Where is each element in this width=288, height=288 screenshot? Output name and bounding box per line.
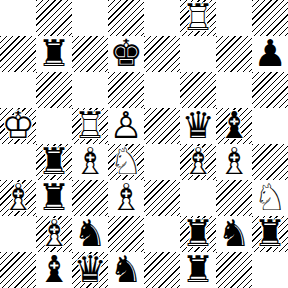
black-rook[interactable]: ♜ — [36, 180, 72, 216]
square-a2[interactable] — [0, 216, 36, 252]
black-bishop[interactable]: ♝ — [216, 108, 252, 144]
square-g8[interactable] — [216, 0, 252, 36]
black-bishop-glyph: ♝ — [217, 108, 250, 144]
square-b1[interactable]: ♝ — [36, 252, 72, 288]
white-bishop[interactable]: ♝♗ — [216, 144, 252, 180]
square-c1[interactable]: ♛ — [72, 252, 108, 288]
black-rook[interactable]: ♜ — [252, 216, 288, 252]
square-c7[interactable] — [72, 36, 108, 72]
square-a4[interactable] — [0, 144, 36, 180]
square-h5[interactable] — [252, 108, 288, 144]
black-rook-glyph: ♜ — [37, 144, 70, 180]
white-bishop[interactable]: ♝♗ — [108, 180, 144, 216]
square-e2[interactable] — [144, 216, 180, 252]
chess-diagram: ♜♖♜♚♟♚♔♜♖♟♙♛♝♜♝♗♞♘♝♗♝♗♝♗♜♝♗♞♘♝♗♞♜♞♜♝♛♞♜ — [0, 0, 288, 288]
square-b2[interactable]: ♝♗ — [36, 216, 72, 252]
square-e6[interactable] — [144, 72, 180, 108]
white-king-outline: ♔ — [1, 108, 34, 144]
white-pawn-outline: ♙ — [109, 108, 142, 144]
square-d6[interactable] — [108, 72, 144, 108]
square-a1[interactable] — [0, 252, 36, 288]
white-bishop[interactable]: ♝♗ — [72, 144, 108, 180]
white-rook-outline: ♖ — [73, 108, 106, 144]
square-h8[interactable] — [252, 0, 288, 36]
square-b3[interactable]: ♜ — [36, 180, 72, 216]
white-bishop-outline: ♗ — [217, 144, 250, 180]
square-f6[interactable] — [180, 72, 216, 108]
black-bishop-glyph: ♝ — [37, 252, 70, 288]
square-e8[interactable] — [144, 0, 180, 36]
white-bishop-outline: ♗ — [109, 180, 142, 216]
black-queen[interactable]: ♛ — [180, 108, 216, 144]
square-e3[interactable] — [144, 180, 180, 216]
chess-board: ♜♖♜♚♟♚♔♜♖♟♙♛♝♜♝♗♞♘♝♗♝♗♝♗♜♝♗♞♘♝♗♞♜♞♜♝♛♞♜ — [0, 0, 288, 288]
black-king[interactable]: ♚ — [108, 36, 144, 72]
square-h2[interactable]: ♜ — [252, 216, 288, 252]
white-rook[interactable]: ♜♖ — [72, 108, 108, 144]
square-c2[interactable]: ♞ — [72, 216, 108, 252]
square-a6[interactable] — [0, 72, 36, 108]
black-pawn-glyph: ♟ — [253, 36, 286, 72]
square-d2[interactable] — [108, 216, 144, 252]
square-e4[interactable] — [144, 144, 180, 180]
square-g7[interactable] — [216, 36, 252, 72]
square-f5[interactable]: ♛ — [180, 108, 216, 144]
square-g5[interactable]: ♝ — [216, 108, 252, 144]
black-knight-glyph: ♞ — [109, 252, 142, 288]
white-king[interactable]: ♚♔ — [0, 108, 36, 144]
square-g3[interactable] — [216, 180, 252, 216]
square-b8[interactable] — [36, 0, 72, 36]
black-knight-glyph: ♞ — [217, 216, 250, 252]
square-c4[interactable]: ♝♗ — [72, 144, 108, 180]
white-pawn[interactable]: ♟♙ — [108, 108, 144, 144]
white-knight-outline: ♘ — [109, 144, 142, 180]
square-e7[interactable] — [144, 36, 180, 72]
black-queen-glyph: ♛ — [73, 252, 106, 288]
square-f3[interactable] — [180, 180, 216, 216]
white-bishop[interactable]: ♝♗ — [180, 144, 216, 180]
black-queen[interactable]: ♛ — [72, 252, 108, 288]
square-g1[interactable] — [216, 252, 252, 288]
black-knight-glyph: ♞ — [73, 216, 106, 252]
black-rook[interactable]: ♜ — [180, 252, 216, 288]
black-knight[interactable]: ♞ — [216, 216, 252, 252]
white-rook[interactable]: ♜♖ — [180, 0, 216, 36]
black-bishop[interactable]: ♝ — [36, 252, 72, 288]
black-rook-glyph: ♜ — [37, 36, 70, 72]
square-g2[interactable]: ♞ — [216, 216, 252, 252]
black-knight[interactable]: ♞ — [72, 216, 108, 252]
white-bishop-outline: ♗ — [73, 144, 106, 180]
square-d3[interactable]: ♝♗ — [108, 180, 144, 216]
white-knight[interactable]: ♞♘ — [252, 180, 288, 216]
black-pawn[interactable]: ♟ — [252, 36, 288, 72]
square-h3[interactable]: ♞♘ — [252, 180, 288, 216]
black-rook[interactable]: ♜ — [180, 216, 216, 252]
square-f8[interactable]: ♜♖ — [180, 0, 216, 36]
black-rook-glyph: ♜ — [181, 252, 214, 288]
square-c8[interactable] — [72, 0, 108, 36]
square-b5[interactable] — [36, 108, 72, 144]
square-d7[interactable]: ♚ — [108, 36, 144, 72]
square-h4[interactable] — [252, 144, 288, 180]
square-g6[interactable] — [216, 72, 252, 108]
square-c5[interactable]: ♜♖ — [72, 108, 108, 144]
white-bishop[interactable]: ♝♗ — [36, 216, 72, 252]
square-e5[interactable] — [144, 108, 180, 144]
square-a8[interactable] — [0, 0, 36, 36]
square-f1[interactable]: ♜ — [180, 252, 216, 288]
white-bishop-outline: ♗ — [37, 216, 70, 252]
square-h6[interactable] — [252, 72, 288, 108]
black-king-glyph: ♚ — [109, 36, 142, 72]
black-rook-glyph: ♜ — [37, 180, 70, 216]
white-knight[interactable]: ♞♘ — [108, 144, 144, 180]
white-rook-outline: ♖ — [181, 0, 214, 36]
square-b4[interactable]: ♜ — [36, 144, 72, 180]
black-knight[interactable]: ♞ — [108, 252, 144, 288]
white-bishop-outline: ♗ — [1, 180, 34, 216]
square-e1[interactable] — [144, 252, 180, 288]
square-a3[interactable]: ♝♗ — [0, 180, 36, 216]
black-queen-glyph: ♛ — [181, 108, 214, 144]
square-h7[interactable]: ♟ — [252, 36, 288, 72]
white-bishop-outline: ♗ — [181, 144, 214, 180]
square-d1[interactable]: ♞ — [108, 252, 144, 288]
square-d5[interactable]: ♟♙ — [108, 108, 144, 144]
square-c6[interactable] — [72, 72, 108, 108]
white-bishop[interactable]: ♝♗ — [0, 180, 36, 216]
square-c3[interactable] — [72, 180, 108, 216]
black-rook-glyph: ♜ — [253, 216, 286, 252]
square-a5[interactable]: ♚♔ — [0, 108, 36, 144]
white-knight-outline: ♘ — [253, 180, 286, 216]
black-rook[interactable]: ♜ — [36, 144, 72, 180]
square-f7[interactable] — [180, 36, 216, 72]
square-d4[interactable]: ♞♘ — [108, 144, 144, 180]
square-g4[interactable]: ♝♗ — [216, 144, 252, 180]
square-a7[interactable] — [0, 36, 36, 72]
black-rook[interactable]: ♜ — [36, 36, 72, 72]
square-b7[interactable]: ♜ — [36, 36, 72, 72]
black-rook-glyph: ♜ — [181, 216, 214, 252]
square-d8[interactable] — [108, 0, 144, 36]
square-f4[interactable]: ♝♗ — [180, 144, 216, 180]
square-f2[interactable]: ♜ — [180, 216, 216, 252]
square-b6[interactable] — [36, 72, 72, 108]
square-h1[interactable] — [252, 252, 288, 288]
